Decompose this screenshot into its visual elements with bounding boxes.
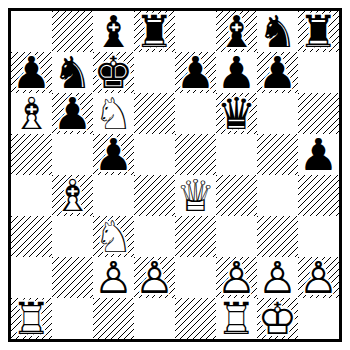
white-king-body: ♚	[257, 298, 298, 339]
white-pawn[interactable]: ♟♙	[93, 257, 134, 298]
black-pawn-glyph: ♟	[298, 134, 339, 175]
black-pawn-glyph: ♟	[175, 52, 216, 93]
square-a1[interactable]: ♜♖	[11, 298, 52, 339]
black-king[interactable]: ♚	[93, 52, 134, 93]
black-pawn[interactable]: ♟	[257, 52, 298, 93]
square-c4[interactable]	[93, 175, 134, 216]
square-b5[interactable]	[52, 134, 93, 175]
black-rook[interactable]: ♜	[298, 11, 339, 52]
square-h2[interactable]: ♟♙	[298, 257, 339, 298]
white-knight[interactable]: ♞♘	[93, 93, 134, 134]
black-pawn[interactable]: ♟	[216, 52, 257, 93]
white-bishop-glyph: ♗	[52, 175, 93, 216]
square-h3[interactable]	[298, 216, 339, 257]
square-g2[interactable]: ♟♙	[257, 257, 298, 298]
square-b7[interactable]: ♞	[52, 52, 93, 93]
white-bishop-glyph: ♗	[11, 93, 52, 134]
square-d5[interactable]	[134, 134, 175, 175]
square-d7[interactable]	[134, 52, 175, 93]
white-queen-glyph: ♕	[175, 175, 216, 216]
square-f4[interactable]	[216, 175, 257, 216]
black-rook-glyph: ♜	[298, 11, 339, 52]
white-pawn-body: ♟	[216, 257, 257, 298]
square-e6[interactable]	[175, 93, 216, 134]
square-e2[interactable]	[175, 257, 216, 298]
square-g4[interactable]	[257, 175, 298, 216]
square-c3[interactable]: ♞♘	[93, 216, 134, 257]
black-pawn[interactable]: ♟	[93, 134, 134, 175]
square-b3[interactable]	[52, 216, 93, 257]
black-pawn-glyph: ♟	[93, 134, 134, 175]
square-c1[interactable]	[93, 298, 134, 339]
white-knight-glyph: ♘	[93, 216, 134, 257]
black-bishop-glyph: ♝	[216, 11, 257, 52]
black-pawn-glyph: ♟	[257, 52, 298, 93]
square-b4[interactable]: ♝♗	[52, 175, 93, 216]
black-pawn[interactable]: ♟	[52, 93, 93, 134]
white-pawn-glyph: ♙	[298, 257, 339, 298]
square-h8[interactable]: ♜	[298, 11, 339, 52]
white-queen[interactable]: ♛♕	[175, 175, 216, 216]
black-queen[interactable]: ♛	[216, 93, 257, 134]
square-e1[interactable]	[175, 298, 216, 339]
black-knight[interactable]: ♞	[52, 52, 93, 93]
square-g8[interactable]: ♞	[257, 11, 298, 52]
square-a5[interactable]	[11, 134, 52, 175]
square-a4[interactable]	[11, 175, 52, 216]
chess-board: ♝♜♝♞♜♟♞♚♟♟♟♝♗♟♞♘♛♟♟♝♗♛♕♞♘♟♙♟♙♟♙♟♙♟♙♜♖♜♖♚…	[8, 8, 342, 342]
square-g6[interactable]	[257, 93, 298, 134]
square-g3[interactable]	[257, 216, 298, 257]
square-b8[interactable]	[52, 11, 93, 52]
white-rook-glyph: ♖	[216, 298, 257, 339]
black-knight[interactable]: ♞	[257, 11, 298, 52]
square-c7[interactable]: ♚	[93, 52, 134, 93]
square-c2[interactable]: ♟♙	[93, 257, 134, 298]
black-knight-glyph: ♞	[257, 11, 298, 52]
white-pawn-glyph: ♙	[93, 257, 134, 298]
square-e4[interactable]: ♛♕	[175, 175, 216, 216]
square-d2[interactable]: ♟♙	[134, 257, 175, 298]
black-queen-glyph: ♛	[216, 93, 257, 134]
square-d8[interactable]: ♜	[134, 11, 175, 52]
square-b6[interactable]: ♟	[52, 93, 93, 134]
black-knight-glyph: ♞	[52, 52, 93, 93]
square-e3[interactable]	[175, 216, 216, 257]
white-knight-glyph: ♘	[93, 93, 134, 134]
black-pawn[interactable]: ♟	[175, 52, 216, 93]
white-rook-glyph: ♖	[11, 298, 52, 339]
square-a3[interactable]	[11, 216, 52, 257]
white-queen-body: ♛	[175, 175, 216, 216]
white-rook[interactable]: ♜♖	[11, 298, 52, 339]
black-bishop-glyph: ♝	[93, 11, 134, 52]
white-knight[interactable]: ♞♘	[93, 216, 134, 257]
square-c8[interactable]: ♝	[93, 11, 134, 52]
square-f6[interactable]: ♛	[216, 93, 257, 134]
white-bishop-body: ♝	[52, 175, 93, 216]
black-bishop[interactable]: ♝	[93, 11, 134, 52]
square-f1[interactable]: ♜♖	[216, 298, 257, 339]
black-pawn[interactable]: ♟	[11, 52, 52, 93]
square-b1[interactable]	[52, 298, 93, 339]
square-h6[interactable]	[298, 93, 339, 134]
white-king[interactable]: ♚♔	[257, 298, 298, 339]
square-d3[interactable]	[134, 216, 175, 257]
square-f7[interactable]: ♟	[216, 52, 257, 93]
square-f2[interactable]: ♟♙	[216, 257, 257, 298]
black-pawn-glyph: ♟	[52, 93, 93, 134]
square-d1[interactable]	[134, 298, 175, 339]
white-knight-body: ♞	[93, 216, 134, 257]
square-h5[interactable]: ♟	[298, 134, 339, 175]
white-pawn-glyph: ♙	[216, 257, 257, 298]
white-pawn-body: ♟	[257, 257, 298, 298]
square-h7[interactable]	[298, 52, 339, 93]
square-f8[interactable]: ♝	[216, 11, 257, 52]
square-b2[interactable]	[52, 257, 93, 298]
square-f5[interactable]	[216, 134, 257, 175]
white-king-glyph: ♔	[257, 298, 298, 339]
white-bishop[interactable]: ♝♗	[52, 175, 93, 216]
white-pawn[interactable]: ♟♙	[298, 257, 339, 298]
white-pawn-body: ♟	[298, 257, 339, 298]
white-pawn-glyph: ♙	[134, 257, 175, 298]
square-a7[interactable]: ♟	[11, 52, 52, 93]
square-g5[interactable]	[257, 134, 298, 175]
square-a2[interactable]	[11, 257, 52, 298]
white-knight-body: ♞	[93, 93, 134, 134]
white-pawn-glyph: ♙	[257, 257, 298, 298]
white-bishop-body: ♝	[11, 93, 52, 134]
white-rook[interactable]: ♜♖	[216, 298, 257, 339]
square-g1[interactable]: ♚♔	[257, 298, 298, 339]
square-f3[interactable]	[216, 216, 257, 257]
square-h4[interactable]	[298, 175, 339, 216]
square-a8[interactable]	[11, 11, 52, 52]
square-e5[interactable]	[175, 134, 216, 175]
square-e7[interactable]: ♟	[175, 52, 216, 93]
square-a6[interactable]: ♝♗	[11, 93, 52, 134]
black-rook[interactable]: ♜	[134, 11, 175, 52]
white-rook-body: ♜	[11, 298, 52, 339]
white-bishop[interactable]: ♝♗	[11, 93, 52, 134]
white-pawn-body: ♟	[93, 257, 134, 298]
square-e8[interactable]	[175, 11, 216, 52]
white-rook-body: ♜	[216, 298, 257, 339]
black-bishop[interactable]: ♝	[216, 11, 257, 52]
white-pawn[interactable]: ♟♙	[134, 257, 175, 298]
black-pawn-glyph: ♟	[216, 52, 257, 93]
square-c5[interactable]: ♟	[93, 134, 134, 175]
black-pawn[interactable]: ♟	[298, 134, 339, 175]
square-d6[interactable]	[134, 93, 175, 134]
black-pawn-glyph: ♟	[11, 52, 52, 93]
square-g7[interactable]: ♟	[257, 52, 298, 93]
white-pawn[interactable]: ♟♙	[216, 257, 257, 298]
square-c6[interactable]: ♞♘	[93, 93, 134, 134]
square-d4[interactable]	[134, 175, 175, 216]
white-pawn[interactable]: ♟♙	[257, 257, 298, 298]
black-rook-glyph: ♜	[134, 11, 175, 52]
white-pawn-body: ♟	[134, 257, 175, 298]
black-king-glyph: ♚	[93, 52, 134, 93]
square-h1[interactable]	[298, 298, 339, 339]
